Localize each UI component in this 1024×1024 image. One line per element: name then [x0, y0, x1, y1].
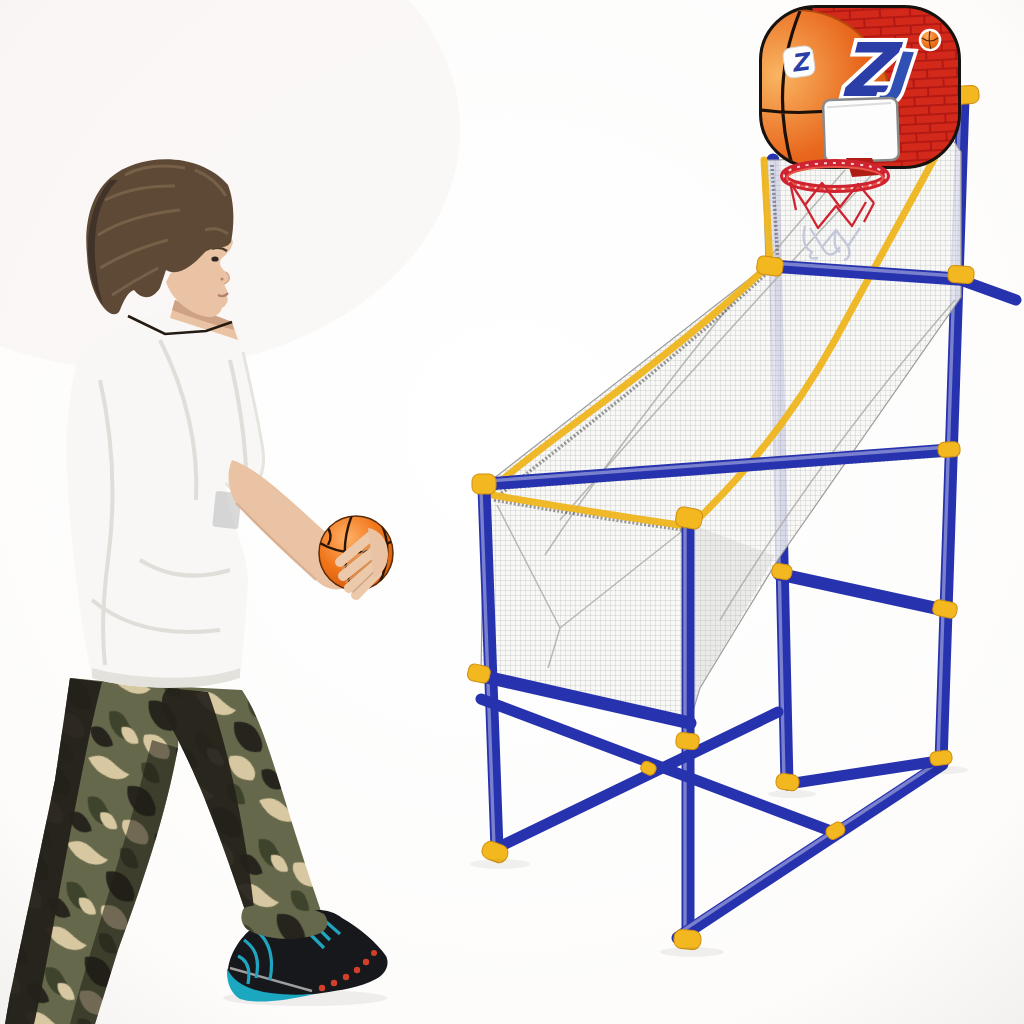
shooter-panel — [823, 98, 899, 163]
box-corner-connector-left — [472, 474, 496, 494]
front-right-foot — [673, 929, 702, 950]
left-elbow-connector — [756, 255, 784, 276]
nostril — [221, 278, 224, 281]
eye — [211, 256, 218, 261]
rear-rail-ring — [938, 441, 961, 457]
front-right-joint — [675, 732, 700, 750]
product-photo: Z Z J — [0, 0, 1024, 1024]
pole-bottom-elbow — [929, 750, 953, 767]
backboard-small-logo: Z — [782, 45, 816, 79]
right-joint-connector — [947, 265, 974, 284]
photo-canvas: Z Z J — [0, 0, 1024, 1024]
